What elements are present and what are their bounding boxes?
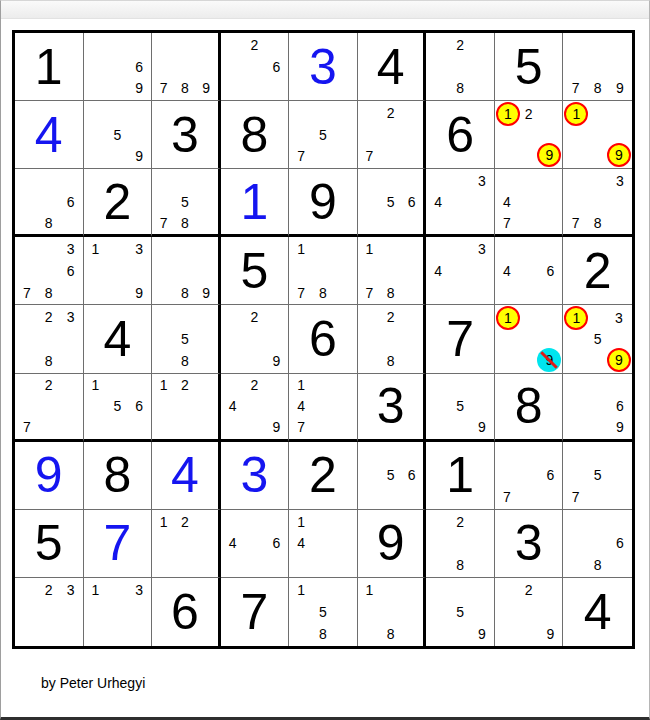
cell-r6c3[interactable]: 12 — [152, 374, 221, 442]
cell-r5c3[interactable]: 58 — [152, 305, 221, 373]
candidate[interactable]: 5 — [312, 124, 334, 146]
candidate[interactable]: 3 — [471, 238, 493, 260]
candidate-grid: 69 — [85, 34, 151, 99]
candidate-grid: 158 — [290, 579, 356, 645]
candidate-circled[interactable]: 9 — [537, 143, 561, 167]
candidate[interactable]: 8 — [38, 212, 60, 233]
candidate[interactable]: 1 — [153, 511, 174, 533]
given-digit: 6 — [426, 101, 494, 168]
candidate-grid: 14 — [290, 511, 356, 576]
candidate-grid: 34 — [427, 170, 493, 233]
candidate[interactable]: 9 — [128, 77, 150, 99]
candidate-grid: 18 — [359, 579, 423, 645]
cell-r3c4[interactable]: 1 — [221, 169, 290, 237]
candidate-grid: 19 — [496, 306, 562, 371]
cell-r3c8[interactable]: 47 — [495, 169, 564, 237]
candidate-grid: 57 — [290, 102, 356, 167]
candidate[interactable]: 7 — [359, 146, 380, 168]
cell-r2c9[interactable]: 19 — [563, 101, 632, 169]
candidate-grid: 3678 — [16, 238, 82, 303]
cell-r4c7[interactable]: 34 — [426, 237, 495, 305]
given-digit: 8 — [84, 442, 152, 509]
candidate[interactable]: 4 — [496, 260, 518, 282]
candidate[interactable]: 2 — [244, 34, 266, 56]
cell-r1c7[interactable]: 28 — [426, 33, 495, 101]
candidate[interactable]: 4 — [427, 191, 449, 212]
candidate[interactable]: 2 — [449, 511, 471, 533]
candidate[interactable]: 8 — [587, 77, 609, 99]
cell-r4c3[interactable]: 89 — [152, 237, 221, 305]
candidate[interactable]: 5 — [588, 330, 607, 347]
cell-r7c3[interactable]: 4 — [152, 442, 221, 510]
candidate[interactable]: 7 — [16, 282, 38, 304]
given-digit: 1 — [15, 33, 83, 100]
candidate[interactable]: 5 — [174, 328, 195, 350]
candidate[interactable]: 4 — [290, 396, 312, 417]
candidate[interactable]: 1 — [290, 238, 312, 260]
candidate[interactable]: 5 — [449, 396, 471, 417]
candidate[interactable]: 9 — [540, 623, 562, 645]
candidate-grid: 69 — [564, 375, 631, 438]
candidate[interactable]: 8 — [174, 282, 195, 304]
candidate[interactable]: 9 — [265, 350, 287, 372]
cell-r5c5[interactable]: 6 — [289, 305, 358, 373]
candidate-grid: 29 — [222, 306, 288, 371]
cell-r3c1[interactable]: 68 — [15, 169, 84, 237]
candidate[interactable]: 2 — [380, 306, 401, 328]
candidate[interactable]: 6 — [609, 532, 631, 554]
candidate[interactable]: 1 — [153, 375, 174, 396]
candidate[interactable]: 2 — [244, 375, 266, 396]
candidate[interactable]: 8 — [174, 212, 195, 233]
given-digit: 4 — [563, 578, 632, 646]
cell-r8c9[interactable]: 68 — [563, 510, 632, 578]
candidate-grid: 59 — [427, 579, 493, 645]
candidate[interactable]: 6 — [609, 396, 631, 417]
cell-r2c2[interactable]: 59 — [84, 101, 153, 169]
candidate[interactable]: 4 — [222, 396, 244, 417]
cell-r9c2[interactable]: 13 — [84, 578, 153, 646]
candidate[interactable]: 5 — [174, 191, 195, 212]
cell-r4c5[interactable]: 178 — [289, 237, 358, 305]
cell-r4c9[interactable]: 2 — [563, 237, 632, 305]
candidate[interactable]: 8 — [449, 77, 471, 99]
cell-r1c2[interactable]: 69 — [84, 33, 153, 101]
candidate-grid: 26 — [222, 34, 288, 99]
candidate[interactable]: 4 — [427, 260, 449, 282]
given-digit: 7 — [426, 305, 494, 372]
cell-r7c8[interactable]: 67 — [495, 442, 564, 510]
candidate[interactable]: 7 — [290, 417, 312, 438]
candidate[interactable]: 6 — [265, 532, 287, 554]
candidate[interactable]: 8 — [174, 77, 195, 99]
candidate-grid: 789 — [153, 34, 217, 99]
cell-r2c7[interactable]: 6 — [426, 101, 495, 169]
candidate-grid: 34 — [427, 238, 493, 303]
cell-r5c9[interactable]: 1359 — [563, 305, 632, 373]
candidate-grid: 58 — [153, 306, 217, 371]
candidate[interactable]: 7 — [564, 77, 586, 99]
solved-digit: 4 — [15, 101, 83, 168]
cell-r4c6[interactable]: 178 — [358, 237, 427, 305]
candidate[interactable]: 5 — [380, 191, 401, 212]
candidate-circled[interactable]: 9 — [607, 348, 631, 372]
cell-r3c2[interactable]: 2 — [84, 169, 153, 237]
given-digit: 3 — [358, 374, 424, 439]
candidate-grid: 19 — [564, 102, 631, 167]
cell-r9c9[interactable]: 4 — [563, 578, 632, 646]
candidate[interactable]: 3 — [607, 306, 631, 330]
candidate[interactable]: 8 — [587, 212, 609, 233]
solved-digit: 7 — [84, 510, 152, 577]
candidate[interactable]: 7 — [153, 77, 174, 99]
cell-r5c4[interactable]: 29 — [221, 305, 290, 373]
cell-r2c3[interactable]: 3 — [152, 101, 221, 169]
cell-r7c9[interactable]: 57 — [563, 442, 632, 510]
candidate[interactable]: 3 — [60, 238, 82, 260]
candidate-grid: 13 — [85, 579, 151, 645]
candidate[interactable]: 8 — [38, 282, 60, 304]
given-digit: 2 — [289, 442, 357, 509]
candidate[interactable]: 1 — [359, 238, 380, 260]
candidate[interactable]: 8 — [312, 623, 334, 645]
candidate[interactable]: 7 — [290, 282, 312, 304]
candidate[interactable]: 3 — [60, 306, 82, 328]
candidate-circled[interactable]: 1 — [564, 306, 588, 330]
solved-digit: 1 — [221, 169, 289, 234]
candidate[interactable]: 5 — [106, 124, 128, 146]
cell-r7c5[interactable]: 2 — [289, 442, 358, 510]
applet-window: 1697892634285789459385727612919682578195… — [0, 0, 650, 720]
window-titlebar — [1, 1, 649, 19]
cell-r6c1[interactable]: 27 — [15, 374, 84, 442]
candidate[interactable]: 2 — [38, 375, 60, 396]
given-digit: 8 — [221, 101, 289, 168]
candidate[interactable]: 9 — [195, 77, 216, 99]
candidate[interactable]: 1 — [290, 579, 312, 601]
candidate-circled[interactable]: 1 — [496, 102, 520, 126]
candidate[interactable]: 8 — [38, 350, 60, 372]
candidate-grid: 156 — [85, 375, 151, 438]
candidate[interactable]: 7 — [290, 146, 312, 168]
solved-digit: 4 — [152, 442, 218, 509]
solved-digit: 3 — [289, 33, 357, 100]
candidate[interactable]: 3 — [471, 170, 493, 191]
candidate[interactable]: 1 — [85, 579, 107, 601]
cell-r4c2[interactable]: 139 — [84, 237, 153, 305]
candidate[interactable]: 6 — [540, 260, 562, 282]
candidate-grid: 29 — [496, 579, 562, 645]
cell-r7c1[interactable]: 9 — [15, 442, 84, 510]
cell-r2c6[interactable]: 27 — [358, 101, 427, 169]
candidate-grid: 46 — [496, 238, 562, 303]
candidate-grid: 249 — [222, 375, 288, 438]
cell-r9c1[interactable]: 23 — [15, 578, 84, 646]
cell-r8c4[interactable]: 46 — [221, 510, 290, 578]
candidate-grid: 56 — [359, 443, 423, 508]
cell-r1c5[interactable]: 3 — [289, 33, 358, 101]
candidate[interactable]: 7 — [153, 212, 174, 233]
candidate-grid: 68 — [564, 511, 631, 576]
given-digit: 6 — [152, 578, 218, 646]
candidate-grid: 129 — [496, 102, 562, 167]
cell-r3c6[interactable]: 56 — [358, 169, 427, 237]
cell-r1c1[interactable]: 1 — [15, 33, 84, 101]
given-digit: 5 — [15, 510, 83, 577]
candidate[interactable]: 9 — [128, 282, 150, 304]
cell-r6c6[interactable]: 3 — [358, 374, 427, 442]
candidate-grid: 178 — [290, 238, 356, 303]
candidate-grid: 89 — [153, 238, 217, 303]
candidate[interactable]: 8 — [380, 623, 401, 645]
cell-r4c8[interactable]: 46 — [495, 237, 564, 305]
candidate-grid: 28 — [359, 306, 423, 371]
candidate[interactable]: 3 — [128, 579, 150, 601]
candidate[interactable]: 2 — [380, 102, 401, 124]
candidate-grid: 56 — [359, 170, 423, 233]
candidate[interactable]: 3 — [609, 170, 631, 191]
cell-r4c1[interactable]: 3678 — [15, 237, 84, 305]
solved-digit: 9 — [15, 442, 83, 509]
candidate-grid: 23 — [16, 579, 82, 645]
candidate[interactable]: 9 — [609, 417, 631, 438]
cell-r8c3[interactable]: 12 — [152, 510, 221, 578]
cell-r1c4[interactable]: 26 — [221, 33, 290, 101]
candidate[interactable]: 1 — [85, 375, 107, 396]
cell-r8c1[interactable]: 5 — [15, 510, 84, 578]
given-digit: 4 — [84, 305, 152, 372]
candidate[interactable]: 6 — [60, 260, 82, 282]
candidate[interactable]: 2 — [244, 306, 266, 328]
candidate-grid: 178 — [359, 238, 423, 303]
given-digit: 4 — [358, 33, 424, 100]
cell-r9c8[interactable]: 29 — [495, 578, 564, 646]
candidate[interactable]: 5 — [449, 601, 471, 623]
cell-r3c5[interactable]: 9 — [289, 169, 358, 237]
candidate-grid: 1359 — [564, 306, 631, 371]
candidate[interactable]: 2 — [449, 34, 471, 56]
candidate[interactable]: 6 — [60, 191, 82, 212]
given-digit: 3 — [152, 101, 218, 168]
cell-r1c6[interactable]: 4 — [358, 33, 427, 101]
candidate[interactable]: 6 — [540, 464, 562, 486]
candidate[interactable]: 3 — [128, 238, 150, 260]
candidate[interactable]: 8 — [587, 554, 609, 576]
cell-r7c7[interactable]: 1 — [426, 442, 495, 510]
candidate[interactable]: 9 — [609, 77, 631, 99]
candidate[interactable]: 7 — [16, 417, 38, 438]
cell-r8c7[interactable]: 28 — [426, 510, 495, 578]
candidate[interactable]: 5 — [380, 464, 401, 486]
cell-r5c2[interactable]: 4 — [84, 305, 153, 373]
cell-r5c8[interactable]: 19 — [495, 305, 564, 373]
candidate-grid: 68 — [16, 170, 82, 233]
sudoku-board: 1697892634285789459385727612919682578195… — [12, 30, 635, 649]
candidate-grid: 27 — [359, 102, 423, 167]
candidate-grid: 47 — [496, 170, 562, 233]
candidate-grid: 59 — [85, 102, 151, 167]
candidate[interactable]: 7 — [564, 486, 586, 508]
candidate-grid: 12 — [153, 511, 217, 576]
cell-r5c1[interactable]: 238 — [15, 305, 84, 373]
cell-r1c8[interactable]: 5 — [495, 33, 564, 101]
cell-r2c8[interactable]: 129 — [495, 101, 564, 169]
candidate[interactable]: 9 — [471, 623, 493, 645]
candidate[interactable]: 1 — [290, 511, 312, 533]
cell-r2c5[interactable]: 57 — [289, 101, 358, 169]
candidate[interactable]: 5 — [587, 464, 609, 486]
given-digit: 1 — [426, 442, 494, 509]
credit-text: by Peter Urhegyi — [41, 675, 145, 691]
candidate-grid: 57 — [564, 443, 631, 508]
cell-r9c5[interactable]: 158 — [289, 578, 358, 646]
candidate[interactable]: 1 — [290, 375, 312, 396]
given-digit: 2 — [84, 169, 152, 234]
candidate[interactable]: 9 — [195, 282, 216, 304]
given-digit: 7 — [221, 578, 289, 646]
candidate[interactable]: 1 — [359, 579, 380, 601]
cell-r5c6[interactable]: 28 — [358, 305, 427, 373]
candidate-circled[interactable]: 9 — [607, 143, 631, 167]
cell-r3c7[interactable]: 34 — [426, 169, 495, 237]
cell-r5c7[interactable]: 7 — [426, 305, 495, 373]
cell-r6c8[interactable]: 8 — [495, 374, 564, 442]
candidate[interactable]: 7 — [496, 486, 518, 508]
given-digit: 8 — [495, 374, 563, 439]
candidate[interactable]: 4 — [222, 532, 244, 554]
candidate-grid: 147 — [290, 375, 356, 438]
cell-r7c6[interactable]: 56 — [358, 442, 427, 510]
candidate[interactable]: 3 — [60, 579, 82, 601]
cell-r6c2[interactable]: 156 — [84, 374, 153, 442]
cell-r1c3[interactable]: 789 — [152, 33, 221, 101]
cell-r9c3[interactable]: 6 — [152, 578, 221, 646]
cell-r9c6[interactable]: 18 — [358, 578, 427, 646]
given-digit: 9 — [358, 510, 424, 577]
candidate[interactable]: 2 — [38, 306, 60, 328]
cell-r6c5[interactable]: 147 — [289, 374, 358, 442]
cell-r2c4[interactable]: 8 — [221, 101, 290, 169]
cell-r6c9[interactable]: 69 — [563, 374, 632, 442]
cell-r9c4[interactable]: 7 — [221, 578, 290, 646]
candidate[interactable]: 6 — [401, 464, 422, 486]
candidate[interactable]: 6 — [401, 191, 422, 212]
candidate[interactable]: 2 — [174, 511, 195, 533]
candidate[interactable]: 8 — [380, 282, 401, 304]
candidate-grid: 46 — [222, 511, 288, 576]
candidate[interactable]: 2 — [520, 102, 538, 126]
cell-r9c7[interactable]: 59 — [426, 578, 495, 646]
candidate[interactable]: 5 — [312, 601, 334, 623]
given-digit: 9 — [289, 169, 357, 234]
candidate[interactable]: 6 — [128, 396, 150, 417]
cell-r8c6[interactable]: 9 — [358, 510, 427, 578]
candidate[interactable]: 4 — [290, 532, 312, 554]
cell-r8c2[interactable]: 7 — [84, 510, 153, 578]
candidate-grid: 578 — [153, 170, 217, 233]
candidate[interactable]: 8 — [449, 554, 471, 576]
candidate-grid: 28 — [427, 511, 493, 576]
cell-r6c4[interactable]: 249 — [221, 374, 290, 442]
candidate-grid: 12 — [153, 375, 217, 438]
candidate[interactable]: 8 — [174, 350, 195, 372]
candidate-eliminated[interactable]: 9 — [537, 348, 561, 372]
candidate[interactable]: 8 — [312, 282, 334, 304]
given-digit: 6 — [289, 305, 357, 372]
candidate-grid: 67 — [496, 443, 562, 508]
candidate[interactable]: 2 — [174, 375, 195, 396]
candidate[interactable]: 1 — [85, 238, 107, 260]
candidate-grid: 139 — [85, 238, 151, 303]
candidate[interactable]: 2 — [518, 579, 540, 601]
candidate[interactable]: 6 — [265, 56, 287, 78]
candidate[interactable]: 5 — [106, 396, 128, 417]
candidate-grid: 28 — [427, 34, 493, 99]
cell-r3c9[interactable]: 378 — [563, 169, 632, 237]
cell-r7c4[interactable]: 3 — [221, 442, 290, 510]
candidate[interactable]: 2 — [38, 579, 60, 601]
cell-r7c2[interactable]: 8 — [84, 442, 153, 510]
given-digit: 3 — [495, 510, 563, 577]
candidate-grid: 789 — [564, 34, 631, 99]
candidate-grid: 59 — [427, 375, 493, 438]
candidate[interactable]: 9 — [128, 146, 150, 168]
cell-r8c5[interactable]: 14 — [289, 510, 358, 578]
candidate-circled[interactable]: 1 — [564, 102, 588, 126]
candidate-grid: 27 — [16, 375, 82, 438]
given-digit: 5 — [221, 237, 289, 304]
candidate-grid: 378 — [564, 170, 631, 233]
candidate-circled[interactable]: 1 — [496, 306, 520, 330]
candidate[interactable]: 9 — [471, 417, 493, 438]
cell-r8c8[interactable]: 3 — [495, 510, 564, 578]
solved-digit: 3 — [221, 442, 289, 509]
cell-r4c4[interactable]: 5 — [221, 237, 290, 305]
candidate[interactable]: 7 — [564, 212, 586, 233]
given-digit: 2 — [563, 237, 632, 304]
given-digit: 5 — [495, 33, 563, 100]
candidate[interactable]: 6 — [128, 56, 150, 78]
cell-r3c3[interactable]: 578 — [152, 169, 221, 237]
cell-r1c9[interactable]: 789 — [563, 33, 632, 101]
candidate-grid: 238 — [16, 306, 82, 371]
candidate[interactable]: 7 — [496, 212, 518, 233]
cell-r2c1[interactable]: 4 — [15, 101, 84, 169]
candidate[interactable]: 4 — [496, 191, 518, 212]
cell-r6c7[interactable]: 59 — [426, 374, 495, 442]
candidate[interactable]: 9 — [265, 417, 287, 438]
candidate[interactable]: 8 — [380, 350, 401, 372]
candidate[interactable]: 7 — [359, 282, 380, 304]
